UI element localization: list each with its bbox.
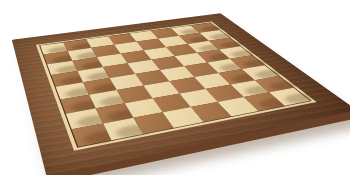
board-field: ♜♟♟♜♞♟♟♞♝♟♟♝♛♟♟♛♚♟♟♚♝♟♟♝♞♟♟♞♜♟♟♜: [40, 23, 310, 147]
chess-set-product-photo: ♛ ♛ ♜♟♟♜♞♟♟♞♝♟♟♝♛♟♟♛♚♟♟♚♝♟♟♝♞♟♟♞♜♟♟♜: [0, 0, 350, 175]
square-h3[interactable]: [218, 97, 259, 116]
board-scene: ♛ ♛ ♜♟♟♜♞♟♟♞♝♟♟♝♛♟♟♛♚♟♟♚♝♟♟♝♞♟♟♞♜♟♟♜: [28, 0, 292, 175]
square-e5[interactable]: [135, 70, 169, 86]
